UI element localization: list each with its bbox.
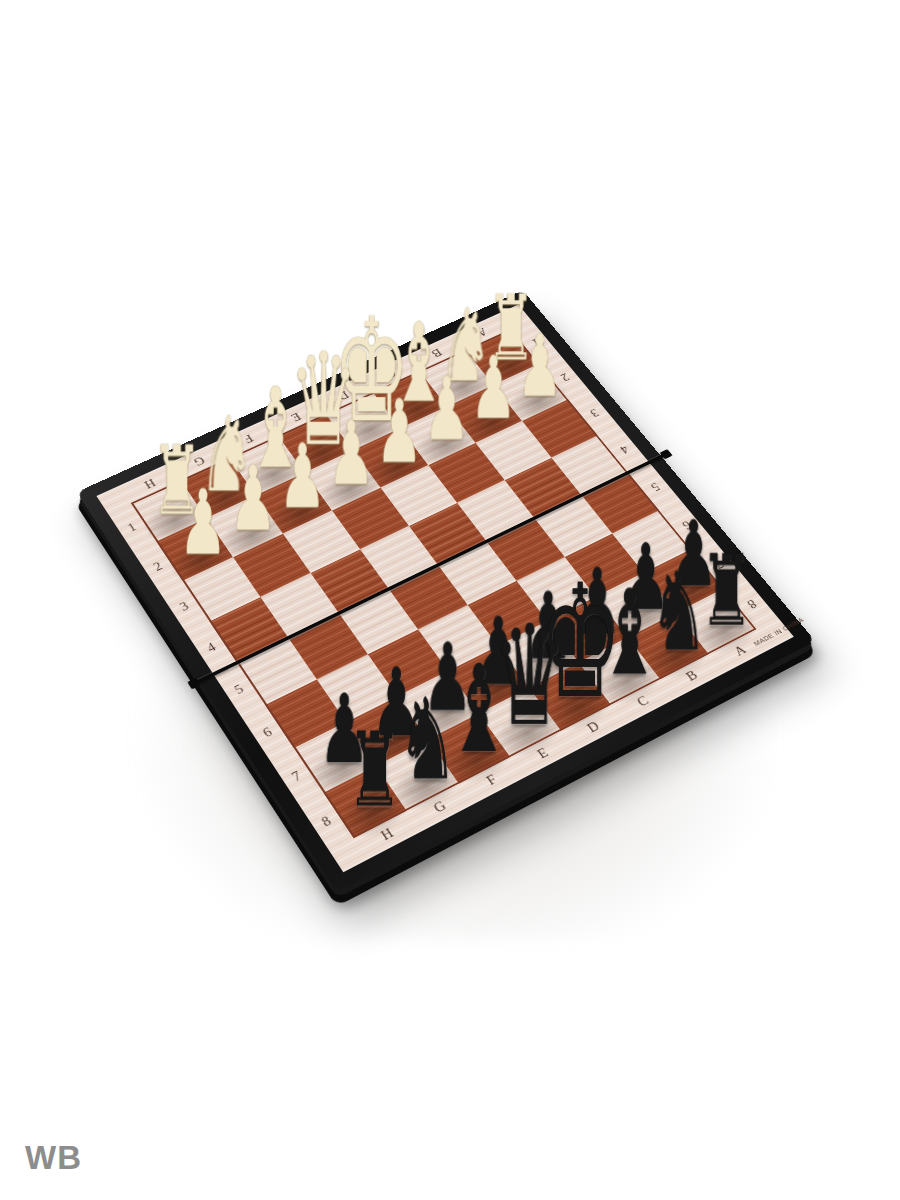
white-pawn-g2[interactable]: ♟ [229, 462, 277, 538]
white-pawn-f2[interactable]: ♟ [278, 439, 326, 514]
white-pawn-b2[interactable]: ♟ [470, 351, 516, 424]
white-pawn-h2[interactable]: ♟ [178, 485, 226, 561]
wb-watermark: WB [25, 1139, 82, 1177]
white-pawn-a2[interactable]: ♟ [516, 330, 562, 403]
black-knight-g8[interactable]: ♞ [396, 692, 457, 788]
white-pawn-d2[interactable]: ♟ [375, 395, 422, 469]
made-in-china-text: MADE IN CHINA [752, 616, 804, 646]
black-rook-h8[interactable]: ♜ [347, 728, 402, 816]
white-pawn-e2[interactable]: ♟ [327, 417, 374, 492]
white-pawn-c2[interactable]: ♟ [423, 373, 470, 447]
